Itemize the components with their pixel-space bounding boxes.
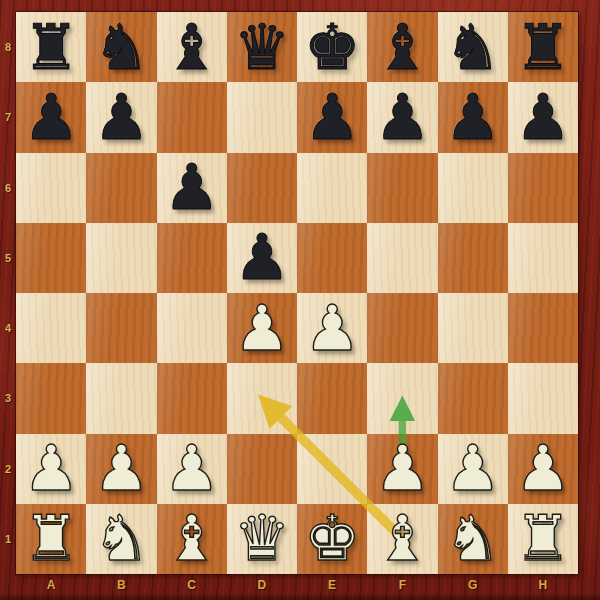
white-rook-h1[interactable]: ♜ [508, 504, 578, 574]
black-pawn-g7[interactable]: ♟ [438, 82, 508, 152]
white-pawn-a2[interactable]: ♟ [16, 434, 86, 504]
black-pawn-d5[interactable]: ♟ [227, 223, 297, 293]
board-frame: 87654321 ABCDEFGH ♜♞♝♛♚♝♞♜♟♟♟♟♟♟♟♟♟♟♟♟♟♟… [0, 0, 600, 600]
white-bishop-f1[interactable]: ♝ [367, 504, 437, 574]
white-queen-d1[interactable]: ♛ [227, 504, 297, 574]
white-pawn-g2[interactable]: ♟ [438, 434, 508, 504]
file-label-c: C [157, 576, 227, 596]
file-label-g: G [438, 576, 508, 596]
file-label-e: E [297, 576, 367, 596]
white-pawn-b2[interactable]: ♟ [86, 434, 156, 504]
rank-label-1: 1 [0, 504, 16, 574]
white-pawn-h2[interactable]: ♟ [508, 434, 578, 504]
black-pawn-e7[interactable]: ♟ [297, 82, 367, 152]
white-knight-b1[interactable]: ♞ [86, 504, 156, 574]
white-pawn-f2[interactable]: ♟ [367, 434, 437, 504]
rank-label-8: 8 [0, 12, 16, 82]
black-rook-h8[interactable]: ♜ [508, 12, 578, 82]
black-queen-d8[interactable]: ♛ [227, 12, 297, 82]
black-king-e8[interactable]: ♚ [297, 12, 367, 82]
black-knight-g8[interactable]: ♞ [438, 12, 508, 82]
black-pawn-a7[interactable]: ♟ [16, 82, 86, 152]
white-bishop-c1[interactable]: ♝ [157, 504, 227, 574]
rank-label-7: 7 [0, 82, 16, 152]
file-label-d: D [227, 576, 297, 596]
black-pawn-c6[interactable]: ♟ [157, 153, 227, 223]
white-knight-g1[interactable]: ♞ [438, 504, 508, 574]
white-rook-a1[interactable]: ♜ [16, 504, 86, 574]
white-pawn-c2[interactable]: ♟ [157, 434, 227, 504]
black-bishop-f8[interactable]: ♝ [367, 12, 437, 82]
rank-labels: 87654321 [0, 12, 16, 574]
pieces-layer: ♜♞♝♛♚♝♞♜♟♟♟♟♟♟♟♟♟♟♟♟♟♟♟♟♜♞♝♛♚♝♞♜ [16, 12, 578, 574]
file-label-a: A [16, 576, 86, 596]
black-knight-b8[interactable]: ♞ [86, 12, 156, 82]
rank-label-5: 5 [0, 223, 16, 293]
chess-board: ♜♞♝♛♚♝♞♜♟♟♟♟♟♟♟♟♟♟♟♟♟♟♟♟♜♞♝♛♚♝♞♜ [16, 12, 578, 574]
file-label-h: H [508, 576, 578, 596]
black-pawn-b7[interactable]: ♟ [86, 82, 156, 152]
rank-label-6: 6 [0, 153, 16, 223]
file-label-f: F [367, 576, 437, 596]
black-bishop-c8[interactable]: ♝ [157, 12, 227, 82]
rank-label-3: 3 [0, 363, 16, 433]
black-pawn-h7[interactable]: ♟ [508, 82, 578, 152]
file-labels: ABCDEFGH [16, 576, 578, 596]
white-pawn-d4[interactable]: ♟ [227, 293, 297, 363]
black-pawn-f7[interactable]: ♟ [367, 82, 437, 152]
black-rook-a8[interactable]: ♜ [16, 12, 86, 82]
rank-label-4: 4 [0, 293, 16, 363]
rank-label-2: 2 [0, 434, 16, 504]
file-label-b: B [86, 576, 156, 596]
white-king-e1[interactable]: ♚ [297, 504, 367, 574]
white-pawn-e4[interactable]: ♟ [297, 293, 367, 363]
